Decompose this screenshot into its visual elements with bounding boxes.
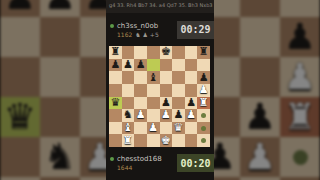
- square-h3[interactable]: [197, 109, 210, 122]
- bg-square-h3: [280, 137, 320, 177]
- piece-white-pawn[interactable]: ♟: [136, 109, 146, 121]
- square-h5[interactable]: ♟: [197, 84, 210, 97]
- top-player-info: ch3ss_n0ob 1162 ♞ ♟ +5: [110, 22, 159, 38]
- square-d2[interactable]: ♟: [147, 122, 160, 135]
- top-player-rating: 1162: [117, 31, 132, 38]
- square-f7[interactable]: [172, 59, 185, 72]
- square-a1[interactable]: [109, 134, 122, 147]
- square-a4[interactable]: ♛: [109, 97, 122, 110]
- square-b2[interactable]: ♝: [122, 122, 135, 135]
- piece-black-knight: ♞: [44, 137, 76, 177]
- square-c7[interactable]: ♟: [134, 59, 147, 72]
- square-a2[interactable]: [109, 122, 122, 135]
- bg-square-b6: [40, 17, 80, 57]
- top-player-bar: ch3ss_n0ob 1162 ♞ ♟ +5 00:29: [106, 13, 214, 46]
- square-d4[interactable]: [147, 97, 160, 110]
- bottom-player-bar: chesstod168 1644 00:20: [106, 150, 214, 176]
- piece-black-pawn: ♟: [284, 17, 316, 57]
- square-b4[interactable]: [122, 97, 135, 110]
- piece-black-pawn: ♟: [44, 0, 76, 17]
- online-indicator: [110, 157, 114, 161]
- square-e6[interactable]: [160, 71, 173, 84]
- bg-square-g7: [240, 0, 280, 17]
- square-b8[interactable]: [122, 46, 135, 59]
- piece-black-pawn[interactable]: ♟: [186, 97, 196, 109]
- bg-square-g4: ♟: [240, 97, 280, 137]
- square-b7[interactable]: ♟: [122, 59, 135, 72]
- square-d7[interactable]: [147, 59, 160, 72]
- square-h6[interactable]: ♟: [197, 71, 210, 84]
- square-e5[interactable]: [160, 84, 173, 97]
- piece-white-queen[interactable]: ♛: [174, 122, 184, 134]
- piece-white-bishop: ♝: [44, 177, 76, 180]
- bg-square-b3: ♞: [40, 137, 80, 177]
- square-c8[interactable]: [134, 46, 147, 59]
- bg-square-h5: ♟: [280, 57, 320, 97]
- square-e1[interactable]: ♚: [160, 134, 173, 147]
- square-g1[interactable]: [185, 134, 198, 147]
- square-e7[interactable]: [160, 59, 173, 72]
- square-g3[interactable]: ♟: [185, 109, 198, 122]
- piece-black-pawn[interactable]: ♟: [136, 59, 146, 71]
- move-hint-dot[interactable]: [201, 126, 206, 131]
- square-f2[interactable]: ♛: [172, 122, 185, 135]
- square-g2[interactable]: [185, 122, 198, 135]
- square-e2[interactable]: [160, 122, 173, 135]
- bg-square-h4: ♜: [280, 97, 320, 137]
- square-d5[interactable]: [147, 84, 160, 97]
- square-f5[interactable]: [172, 84, 185, 97]
- square-a8[interactable]: ♜: [109, 46, 122, 59]
- bg-square-a3: [0, 137, 40, 177]
- square-a7[interactable]: ♟: [109, 59, 122, 72]
- square-a5[interactable]: [109, 84, 122, 97]
- bg-square-g3: ♟: [240, 137, 280, 177]
- square-b1[interactable]: ♜: [122, 134, 135, 147]
- piece-black-pawn: ♟: [4, 0, 36, 17]
- bottom-player-rating: 1644: [117, 164, 132, 171]
- piece-white-king[interactable]: ♚: [161, 135, 171, 147]
- square-h8[interactable]: ♜: [197, 46, 210, 59]
- square-g5[interactable]: [185, 84, 198, 97]
- piece-black-rook[interactable]: ♜: [110, 46, 120, 58]
- top-player-clock: 00:29: [177, 21, 214, 39]
- bg-square-g2: [240, 177, 280, 180]
- move-hint-dot[interactable]: [201, 113, 206, 118]
- bottom-player-name: chesstod168: [117, 155, 162, 163]
- piece-white-rook: ♜: [284, 97, 316, 137]
- piece-white-pawn[interactable]: ♟: [199, 84, 209, 96]
- bottom-player-info: chesstod168 1644: [110, 155, 162, 171]
- square-c1[interactable]: [134, 134, 147, 147]
- square-f6[interactable]: [172, 71, 185, 84]
- square-a6[interactable]: [109, 71, 122, 84]
- square-g4[interactable]: ♟: [185, 97, 198, 110]
- piece-black-king[interactable]: ♚: [161, 46, 171, 58]
- square-h2[interactable]: [197, 122, 210, 135]
- move-hint-dot[interactable]: [201, 138, 206, 143]
- square-e8[interactable]: ♚: [160, 46, 173, 59]
- square-b5[interactable]: [122, 84, 135, 97]
- square-d8[interactable]: [147, 46, 160, 59]
- piece-black-queen[interactable]: ♛: [110, 97, 120, 109]
- piece-black-pawn[interactable]: ♟: [199, 72, 209, 84]
- square-h4[interactable]: ♜: [197, 97, 210, 110]
- bottom-player-clock: 00:20: [177, 154, 214, 172]
- bg-square-a4: ♛: [0, 97, 40, 137]
- square-f1[interactable]: [172, 134, 185, 147]
- square-g8[interactable]: [185, 46, 198, 59]
- square-c6[interactable]: [134, 71, 147, 84]
- square-c4[interactable]: [134, 97, 147, 110]
- square-e4[interactable]: ♟: [160, 97, 173, 110]
- bg-square-a6: [0, 17, 40, 57]
- game-panel: g4 33. Rh4 Bb7 34. a4 Qd7 35. Bh3 Nxb3 3…: [106, 0, 214, 180]
- bg-square-h6: ♟: [280, 17, 320, 57]
- bg-square-b4: [40, 97, 80, 137]
- square-f3[interactable]: ♟: [172, 109, 185, 122]
- piece-white-pawn[interactable]: ♟: [186, 109, 196, 121]
- move-hint-dot: [293, 150, 308, 165]
- online-indicator: [110, 24, 114, 28]
- piece-white-pawn: ♟: [244, 137, 276, 177]
- square-d3[interactable]: [147, 109, 160, 122]
- square-c2[interactable]: [134, 122, 147, 135]
- square-f8[interactable]: [172, 46, 185, 59]
- top-player-name: ch3ss_n0ob: [117, 22, 158, 30]
- video-frame: ♜♚♜♟♟♟♝♟♟♛♟♟♜♞♟♟♟♟♝♟♛♜♚ g4 33. Rh4 Bb7 3…: [0, 0, 320, 180]
- bg-square-g6: [240, 17, 280, 57]
- square-c3[interactable]: ♟: [134, 109, 147, 122]
- chess-board[interactable]: ♜♚♜♟♟♟♝♟♟♛♟♟♜♞♟♟♟♟♝♟♛♜♚: [109, 46, 210, 147]
- piece-black-queen: ♛: [4, 97, 36, 137]
- square-e3[interactable]: ♟: [160, 109, 173, 122]
- move-list[interactable]: g4 33. Rh4 Bb7 34. a4 Qd7 35. Bh3 Nxb3 3…: [106, 0, 214, 13]
- piece-black-bishop[interactable]: ♝: [148, 72, 158, 84]
- piece-black-rook[interactable]: ♜: [199, 46, 209, 58]
- piece-white-rook[interactable]: ♜: [199, 97, 209, 109]
- bg-square-h2: [280, 177, 320, 180]
- bg-square-h7: [280, 0, 320, 17]
- bg-square-b5: [40, 57, 80, 97]
- square-d6[interactable]: ♝: [147, 71, 160, 84]
- piece-black-pawn[interactable]: ♟: [174, 109, 184, 121]
- bg-square-a7: ♟: [0, 0, 40, 17]
- bg-square-a5: [0, 57, 40, 97]
- square-g6[interactable]: [185, 71, 198, 84]
- piece-black-knight[interactable]: ♞: [123, 109, 133, 121]
- piece-white-pawn: ♟: [284, 57, 316, 97]
- piece-white-pawn[interactable]: ♟: [161, 109, 171, 121]
- piece-black-pawn: ♟: [244, 97, 276, 137]
- square-b6[interactable]: [122, 71, 135, 84]
- piece-black-pawn[interactable]: ♟: [110, 59, 120, 71]
- top-player-material: ♞ ♟ +5: [135, 31, 158, 38]
- piece-white-bishop[interactable]: ♝: [123, 122, 133, 134]
- square-g7[interactable]: [185, 59, 198, 72]
- square-a3[interactable]: [109, 109, 122, 122]
- square-b3[interactable]: ♞: [122, 109, 135, 122]
- bg-square-a2: [0, 177, 40, 180]
- square-h1[interactable]: [197, 134, 210, 147]
- piece-black-pawn[interactable]: ♟: [123, 59, 133, 71]
- bg-square-b7: ♟: [40, 0, 80, 17]
- square-f4[interactable]: [172, 97, 185, 110]
- piece-white-pawn[interactable]: ♟: [148, 122, 158, 134]
- piece-white-rook[interactable]: ♜: [123, 135, 133, 147]
- bg-square-b2: ♝: [40, 177, 80, 180]
- bg-square-g5: [240, 57, 280, 97]
- square-c5[interactable]: [134, 84, 147, 97]
- piece-black-pawn[interactable]: ♟: [161, 97, 171, 109]
- square-d1[interactable]: [147, 134, 160, 147]
- square-h7[interactable]: [197, 59, 210, 72]
